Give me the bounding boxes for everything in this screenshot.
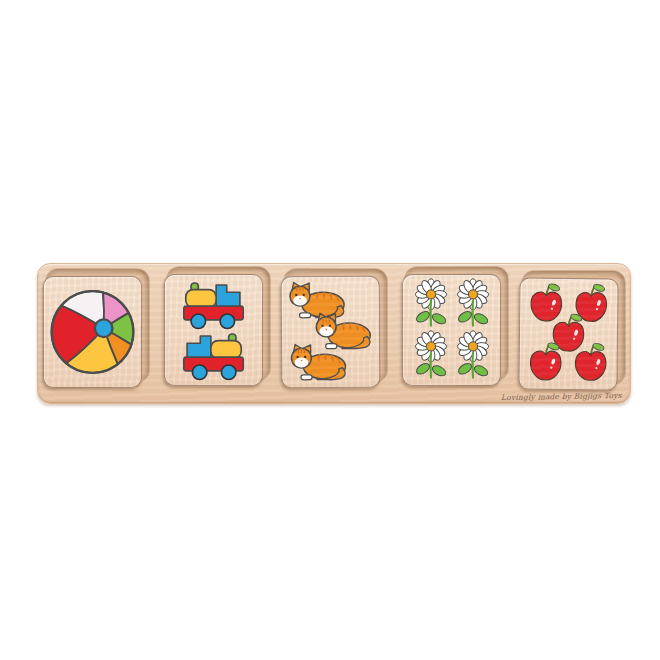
puzzle-cell-3 [281,276,378,386]
tile-ball[interactable] [43,276,142,388]
tile-trains[interactable] [164,274,263,386]
puzzle-cell-2 [164,274,261,384]
puzzle-board: Lovingly made by Bigjigs Toys [37,263,631,404]
tile-cats[interactable] [281,276,381,389]
apple-icon [522,282,614,387]
tile-flowers[interactable] [402,274,501,386]
product-photo: Lovingly made by Bigjigs Toys [0,0,660,660]
puzzle-cell-4 [402,274,499,384]
flower-icon [406,278,497,382]
puzzle-cell-1 [43,276,140,386]
tile-apples[interactable] [518,277,618,390]
brand-text: Lovingly made by Bigjigs Toys [501,391,622,402]
train-icon [168,278,259,382]
ball-icon [46,279,139,385]
cat-icon [285,280,377,385]
puzzle-cell-5 [519,278,616,388]
